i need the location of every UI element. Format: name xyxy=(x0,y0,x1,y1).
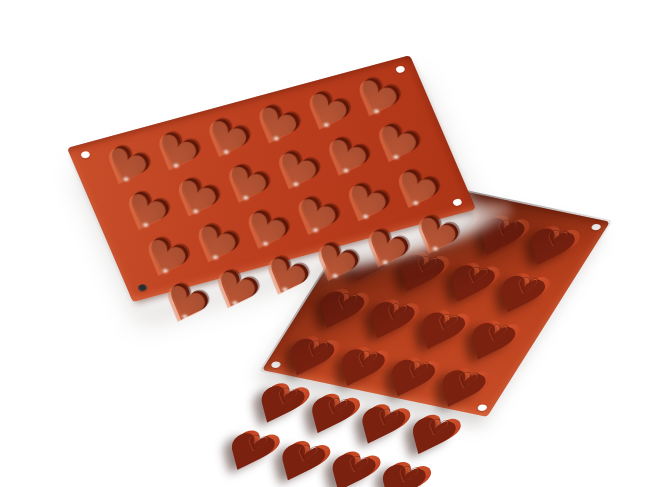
product-photo-heart-silicone-molds: ♥♡♥♡♥♡♥♡♥♡♥♡♥♡♥♡♥♡♥♡♥♡♥♡♥♡♥♡♥♡♥♡♥♡♥♡♥♡♥♡… xyxy=(0,0,650,487)
corner-hole xyxy=(137,283,148,292)
corner-hole xyxy=(395,65,406,74)
cavity-grid: ♥♥♥♥♥♥♥♥♥♥♥♥♥♥♥♥♥♥♥♥♥♥♥♥ xyxy=(92,70,452,291)
corner-hole xyxy=(80,150,91,159)
mold-cavity-side: ♥♥♥♥♥♥♥♥♥♥♥♥♥♥♥♥♥♥♥♥♥♥♥♥ xyxy=(67,55,476,302)
corner-hole xyxy=(452,198,463,207)
